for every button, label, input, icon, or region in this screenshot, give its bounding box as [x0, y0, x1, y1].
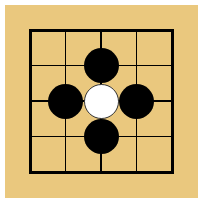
board-point — [83, 48, 119, 84]
board-point — [48, 48, 84, 84]
board-point — [154, 154, 190, 190]
board-point — [12, 119, 48, 155]
board-point — [83, 154, 119, 190]
black-stone — [84, 48, 119, 83]
black-stone — [84, 119, 119, 154]
diagram-page — [0, 0, 203, 203]
board-point — [48, 12, 84, 48]
white-stone — [84, 84, 119, 119]
board-grid — [30, 30, 172, 172]
board-point — [48, 154, 84, 190]
board-point — [48, 119, 84, 155]
board-point — [154, 48, 190, 84]
go-board — [5, 5, 198, 198]
board-point — [83, 119, 119, 155]
board-points — [12, 12, 190, 190]
black-stone — [119, 84, 154, 119]
black-stone — [48, 84, 83, 119]
board-point — [83, 12, 119, 48]
board-point — [154, 12, 190, 48]
board-point — [119, 48, 155, 84]
board-point — [119, 154, 155, 190]
board-point — [12, 83, 48, 119]
board-point — [83, 83, 119, 119]
board-point — [119, 12, 155, 48]
board-point — [12, 48, 48, 84]
board-point — [154, 119, 190, 155]
board-point — [12, 12, 48, 48]
board-point — [48, 83, 84, 119]
board-point — [119, 119, 155, 155]
board-point — [12, 154, 48, 190]
board-point — [154, 83, 190, 119]
board-point — [119, 83, 155, 119]
